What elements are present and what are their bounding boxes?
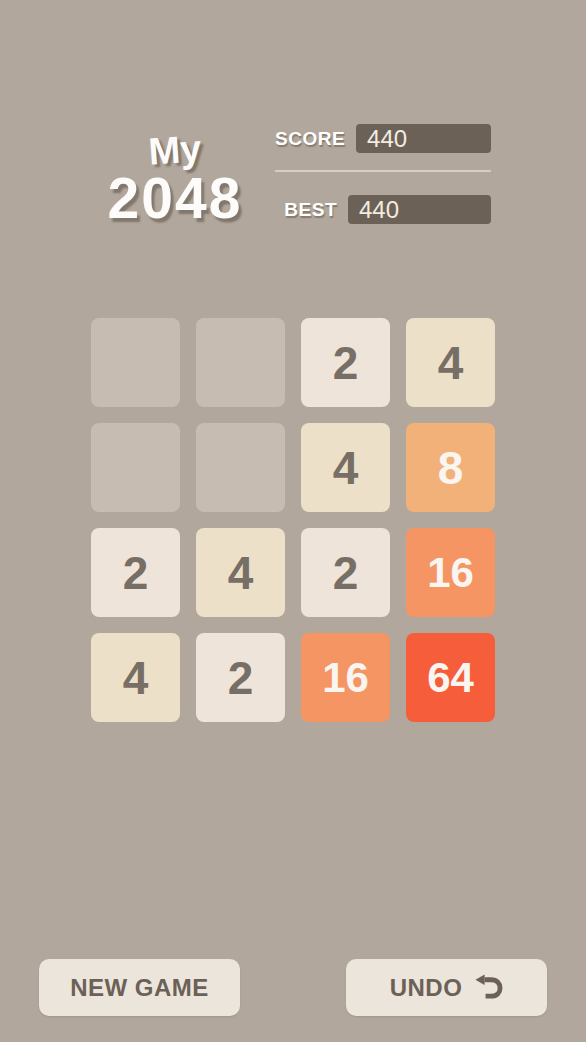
score-panel: SCORE 440 BEST 440 [275,124,491,224]
tile-2-r3c1: 2 [91,528,180,617]
tile-4-r1c4: 4 [406,318,495,407]
new-game-label: NEW GAME [70,974,209,1002]
best-value: 440 [359,196,399,224]
new-game-button[interactable]: NEW GAME [39,959,240,1016]
undo-button[interactable]: UNDO [346,959,547,1016]
best-label: BEST [284,199,337,221]
empty-cell-r1c1 [91,318,180,407]
undo-arrow-icon [472,973,503,1002]
tile-8-r2c4: 8 [406,423,495,512]
tile-64-r4c4: 64 [406,633,495,722]
empty-cell-r1c2 [196,318,285,407]
app-2048: My 2048 SCORE 440 BEST 440 2448242164216… [0,0,586,1042]
logo-line-2: 2048 [95,170,255,227]
best-row: BEST 440 [275,195,491,224]
score-value-box: 440 [356,124,491,153]
tile-16-r3c4: 16 [406,528,495,617]
tile-4-r4c1: 4 [91,633,180,722]
score-label: SCORE [275,128,345,150]
tile-4-r3c2: 4 [196,528,285,617]
best-value-box: 440 [348,195,491,224]
empty-cell-r2c2 [196,423,285,512]
tile-2-r1c3: 2 [301,318,390,407]
tile-4-r2c3: 4 [301,423,390,512]
app-logo: My 2048 [95,130,255,227]
undo-label: UNDO [390,974,463,1002]
tile-2-r3c3: 2 [301,528,390,617]
score-row: SCORE 440 [275,124,491,153]
empty-cell-r2c1 [91,423,180,512]
score-value: 440 [367,125,407,153]
board[interactable]: 244824216421664 [91,318,495,722]
tile-2-r4c2: 2 [196,633,285,722]
score-divider [275,170,491,172]
tile-16-r4c3: 16 [301,633,390,722]
